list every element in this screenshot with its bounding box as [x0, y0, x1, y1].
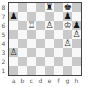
piece-white-pawn: ♙: [72, 30, 81, 39]
piece-black-pawn: ♟: [9, 12, 18, 21]
file-label-g: g: [63, 76, 72, 86]
square-f6[interactable]: [54, 21, 63, 30]
square-c1[interactable]: [27, 66, 36, 75]
square-e3[interactable]: [45, 48, 54, 57]
file-label-e: e: [45, 76, 54, 86]
rank-label-6: 6: [0, 21, 7, 30]
square-f7[interactable]: [54, 12, 63, 21]
square-d2[interactable]: [36, 57, 45, 66]
chess-diagram: 87654321 ♜♚♟♟♖♙♔♟♙♙♙ abcdefgh: [0, 0, 87, 87]
square-g1[interactable]: [63, 66, 72, 75]
square-b1[interactable]: [18, 66, 27, 75]
square-f4[interactable]: [54, 39, 63, 48]
square-e4[interactable]: [45, 39, 54, 48]
square-b6[interactable]: [18, 21, 27, 30]
file-labels: abcdefgh: [9, 76, 81, 86]
square-c4[interactable]: [27, 39, 36, 48]
square-c2[interactable]: [27, 57, 36, 66]
square-b2[interactable]: [18, 57, 27, 66]
chess-board: ♜♚♟♟♖♙♔♟♙♙♙: [8, 2, 82, 76]
square-d7[interactable]: [36, 12, 45, 21]
file-label-a: a: [9, 76, 18, 86]
square-h4[interactable]: [72, 39, 81, 48]
rank-label-1: 1: [0, 66, 7, 75]
file-label-d: d: [36, 76, 45, 86]
square-c6[interactable]: ♖: [27, 21, 36, 30]
square-e6[interactable]: ♙: [45, 21, 54, 30]
file-label-h: h: [72, 76, 81, 86]
square-b4[interactable]: [18, 39, 27, 48]
square-f3[interactable]: [54, 48, 63, 57]
square-e5[interactable]: [45, 30, 54, 39]
square-b3[interactable]: [18, 48, 27, 57]
rank-label-4: 4: [0, 39, 7, 48]
square-a6[interactable]: [9, 21, 18, 30]
square-e1[interactable]: [45, 66, 54, 75]
square-d8[interactable]: [36, 3, 45, 12]
square-b7[interactable]: [18, 12, 27, 21]
square-e2[interactable]: [45, 57, 54, 66]
square-h5[interactable]: ♙: [72, 30, 81, 39]
file-label-b: b: [18, 76, 27, 86]
square-d6[interactable]: [36, 21, 45, 30]
square-f1[interactable]: [54, 66, 63, 75]
square-a5[interactable]: [9, 30, 18, 39]
piece-white-king: ♔: [63, 21, 72, 30]
square-h2[interactable]: [72, 57, 81, 66]
file-label-f: f: [54, 76, 63, 86]
piece-white-rook: ♖: [27, 21, 36, 30]
square-a2[interactable]: [9, 57, 18, 66]
rank-label-2: 2: [0, 57, 7, 66]
piece-black-rook: ♜: [45, 3, 54, 12]
square-g3[interactable]: [63, 48, 72, 57]
square-h1[interactable]: [72, 66, 81, 75]
square-a3[interactable]: ♙: [9, 48, 18, 57]
square-e8[interactable]: ♜: [45, 3, 54, 12]
square-g2[interactable]: [63, 57, 72, 66]
square-d3[interactable]: [36, 48, 45, 57]
square-d1[interactable]: [36, 66, 45, 75]
square-d5[interactable]: [36, 30, 45, 39]
square-g6[interactable]: ♔: [63, 21, 72, 30]
rank-label-7: 7: [0, 12, 7, 21]
square-h3[interactable]: [72, 48, 81, 57]
square-f8[interactable]: [54, 3, 63, 12]
square-a7[interactable]: ♟: [9, 12, 18, 21]
square-f5[interactable]: [54, 30, 63, 39]
piece-white-pawn: ♙: [9, 48, 18, 57]
square-a1[interactable]: [9, 66, 18, 75]
rank-label-5: 5: [0, 30, 7, 39]
square-c5[interactable]: [27, 30, 36, 39]
square-h8[interactable]: [72, 3, 81, 12]
piece-white-pawn: ♙: [63, 39, 72, 48]
square-b5[interactable]: [18, 30, 27, 39]
square-c3[interactable]: [27, 48, 36, 57]
square-f2[interactable]: [54, 57, 63, 66]
piece-white-pawn: ♙: [45, 21, 54, 30]
square-d4[interactable]: [36, 39, 45, 48]
rank-label-8: 8: [0, 3, 7, 12]
rank-label-3: 3: [0, 48, 7, 57]
square-g4[interactable]: ♙: [63, 39, 72, 48]
file-label-c: c: [27, 76, 36, 86]
square-b8[interactable]: [18, 3, 27, 12]
rank-labels: 87654321: [0, 2, 8, 76]
square-c8[interactable]: [27, 3, 36, 12]
